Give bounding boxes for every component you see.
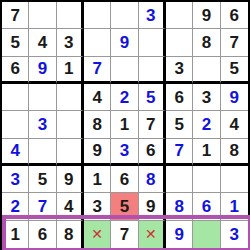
cell-r4c7[interactable]: 6 [166, 84, 193, 111]
cell-r2c6[interactable] [139, 29, 166, 56]
cell-value: 9 [64, 171, 73, 188]
cell-r1c4[interactable] [84, 2, 111, 29]
cell-r4c2[interactable] [29, 84, 56, 111]
cell-r2c8[interactable]: 8 [193, 29, 220, 56]
cell-r5c2[interactable]: 3 [29, 111, 56, 138]
cell-value: 6 [146, 142, 155, 159]
cell-value: 7 [38, 198, 47, 215]
cell-r5c5[interactable]: 1 [111, 111, 138, 138]
cell-value: 3 [202, 89, 211, 106]
cell-r1c1[interactable]: 7 [2, 2, 29, 29]
cell-value: 7 [92, 60, 101, 77]
cell-r9c4[interactable]: ✕ [84, 221, 111, 248]
cell-value: 4 [64, 198, 73, 215]
cell-r8c3[interactable]: 4 [57, 193, 84, 220]
cell-r5c6[interactable]: 7 [139, 111, 166, 138]
cell-value: 7 [230, 34, 239, 51]
cell-value: 9 [146, 198, 155, 215]
cell-value: 3 [38, 116, 47, 133]
cell-value: 8 [64, 226, 73, 243]
cell-value: 6 [38, 226, 47, 243]
cell-r9c6[interactable]: ✕ [139, 221, 166, 248]
cell-r9c3[interactable]: 8 [57, 221, 84, 248]
cell-r8c9[interactable]: 1 [221, 193, 248, 220]
cell-r8c7[interactable]: 8 [166, 193, 193, 220]
cell-r3c6[interactable] [139, 57, 166, 84]
sudoku-board: 7396543987691735425639381752449367183591… [0, 0, 250, 250]
x-mark-icon: ✕ [91, 227, 103, 241]
cell-value: 9 [92, 142, 101, 159]
cell-r6c1[interactable]: 4 [2, 139, 29, 166]
cell-r1c5[interactable] [111, 2, 138, 29]
cell-r4c5[interactable]: 2 [111, 84, 138, 111]
cell-r7c6[interactable]: 8 [139, 166, 166, 193]
cell-value: 2 [120, 89, 129, 106]
cell-r3c8[interactable] [193, 57, 220, 84]
cell-value: 7 [174, 142, 183, 159]
cell-r3c5[interactable] [111, 57, 138, 84]
cell-r5c8[interactable]: 2 [193, 111, 220, 138]
cell-r1c3[interactable] [57, 2, 84, 29]
cell-r7c8[interactable] [193, 166, 220, 193]
cell-value: 7 [10, 7, 19, 24]
cell-value: 5 [174, 116, 183, 133]
cell-value: 4 [92, 89, 101, 106]
cell-r5c4[interactable]: 8 [84, 111, 111, 138]
cell-r8c5[interactable]: 5 [111, 193, 138, 220]
cell-value: 5 [146, 89, 155, 106]
cell-r2c7[interactable] [166, 29, 193, 56]
cell-r4c9[interactable]: 9 [221, 84, 248, 111]
cell-r2c3[interactable]: 3 [57, 29, 84, 56]
cell-r5c7[interactable]: 5 [166, 111, 193, 138]
cell-r8c4[interactable]: 3 [84, 193, 111, 220]
cell-r7c4[interactable]: 1 [84, 166, 111, 193]
cell-value: 8 [202, 34, 211, 51]
cell-value: 4 [10, 142, 19, 159]
cell-value: 5 [230, 60, 239, 77]
cell-value: 3 [146, 7, 155, 24]
cell-r6c8[interactable]: 1 [193, 139, 220, 166]
cell-r8c6[interactable]: 9 [139, 193, 166, 220]
cell-r9c2[interactable]: 6 [29, 221, 56, 248]
cell-r5c1[interactable] [2, 111, 29, 138]
cell-value: 6 [174, 89, 183, 106]
cell-r4c1[interactable] [2, 84, 29, 111]
cell-value: 1 [64, 60, 73, 77]
cell-r7c3[interactable]: 9 [57, 166, 84, 193]
cell-value: 5 [120, 198, 129, 215]
cell-r1c9[interactable]: 6 [221, 2, 248, 29]
cell-value: 4 [38, 34, 47, 51]
cell-value: 1 [120, 116, 129, 133]
cell-r4c8[interactable]: 3 [193, 84, 220, 111]
cell-value: 9 [202, 7, 211, 24]
cell-value: 3 [10, 171, 19, 188]
cell-r9c8[interactable] [193, 221, 220, 248]
cell-r7c9[interactable] [221, 166, 248, 193]
cell-r1c8[interactable]: 9 [193, 2, 220, 29]
cell-r7c1[interactable]: 3 [2, 166, 29, 193]
sudoku-grid: 7396543987691735425639381752449367183591… [2, 2, 248, 248]
cell-r2c1[interactable]: 5 [2, 29, 29, 56]
cell-r8c8[interactable]: 6 [193, 193, 220, 220]
cell-r3c7[interactable]: 3 [166, 57, 193, 84]
cell-value: 9 [38, 60, 47, 77]
cell-r7c2[interactable]: 5 [29, 166, 56, 193]
cell-r8c1[interactable]: 2 [2, 193, 29, 220]
cell-r4c3[interactable] [57, 84, 84, 111]
cell-value: 1 [10, 226, 19, 243]
cell-r4c6[interactable]: 5 [139, 84, 166, 111]
cell-value: 3 [120, 142, 129, 159]
cell-r3c2[interactable]: 9 [29, 57, 56, 84]
cell-value: 1 [202, 142, 211, 159]
cell-r6c5[interactable]: 3 [111, 139, 138, 166]
cell-r3c1[interactable]: 6 [2, 57, 29, 84]
cell-r4c4[interactable]: 4 [84, 84, 111, 111]
cell-r1c7[interactable] [166, 2, 193, 29]
cell-value: 8 [174, 198, 183, 215]
cell-r2c5[interactable]: 9 [111, 29, 138, 56]
cell-r3c3[interactable]: 1 [57, 57, 84, 84]
cell-r1c2[interactable] [29, 2, 56, 29]
cell-value: 1 [92, 171, 101, 188]
cell-value: 9 [174, 226, 183, 243]
cell-value: 3 [64, 34, 73, 51]
cell-value: 2 [10, 198, 19, 215]
cell-r6c7[interactable]: 7 [166, 139, 193, 166]
cell-value: 3 [174, 60, 183, 77]
cell-value: 2 [202, 116, 211, 133]
cell-value: 8 [146, 171, 155, 188]
cell-value: 7 [146, 116, 155, 133]
cell-value: 1 [230, 198, 239, 215]
cell-value: 6 [202, 198, 211, 215]
cell-r2c4[interactable] [84, 29, 111, 56]
cell-r9c1[interactable]: 1 [2, 221, 29, 248]
cell-r3c4[interactable]: 7 [84, 57, 111, 84]
cell-r6c4[interactable]: 9 [84, 139, 111, 166]
cell-value: 6 [120, 171, 129, 188]
cell-r6c3[interactable] [57, 139, 84, 166]
cell-r9c9[interactable]: 3 [221, 221, 248, 248]
cell-value: 7 [120, 226, 129, 243]
cell-value: 9 [230, 89, 239, 106]
cell-value: 6 [10, 60, 19, 77]
cell-r2c9[interactable]: 7 [221, 29, 248, 56]
cell-value: 3 [92, 198, 101, 215]
cell-r9c7[interactable]: 9 [166, 221, 193, 248]
cell-value: 4 [230, 116, 239, 133]
cell-value: 5 [38, 171, 47, 188]
cell-r1c6[interactable]: 3 [139, 2, 166, 29]
cell-value: 8 [92, 116, 101, 133]
cell-r7c5[interactable]: 6 [111, 166, 138, 193]
cell-value: 3 [230, 226, 239, 243]
cell-r3c9[interactable]: 5 [221, 57, 248, 84]
cell-value: 5 [10, 34, 19, 51]
cell-value: 6 [230, 7, 239, 24]
cell-r6c9[interactable]: 8 [221, 139, 248, 166]
cell-r9c5[interactable]: 7 [111, 221, 138, 248]
cell-r5c9[interactable]: 4 [221, 111, 248, 138]
cell-r6c6[interactable]: 6 [139, 139, 166, 166]
cell-r5c3[interactable] [57, 111, 84, 138]
cell-value: 8 [230, 142, 239, 159]
cell-r7c7[interactable] [166, 166, 193, 193]
x-mark-icon: ✕ [145, 227, 157, 241]
cell-r8c2[interactable]: 7 [29, 193, 56, 220]
cell-value: 9 [120, 34, 129, 51]
cell-r2c2[interactable]: 4 [29, 29, 56, 56]
cell-r6c2[interactable] [29, 139, 56, 166]
